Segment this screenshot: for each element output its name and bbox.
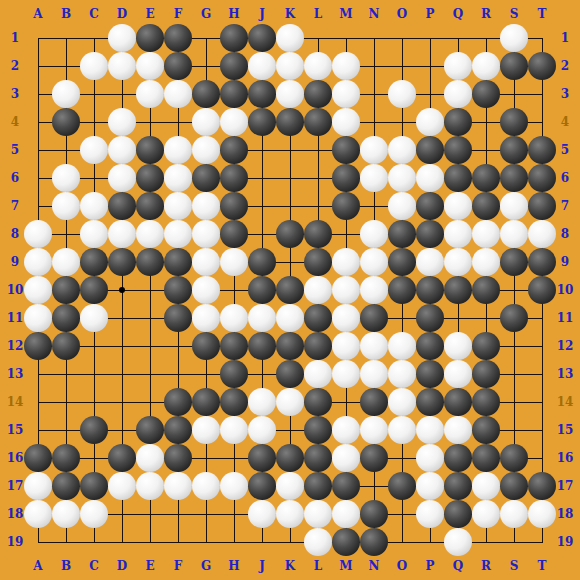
intersection-K9[interactable]: [276, 248, 304, 276]
intersection-P8[interactable]: [416, 220, 444, 248]
intersection-O14[interactable]: [388, 388, 416, 416]
intersection-P19[interactable]: [416, 528, 444, 556]
intersection-J1[interactable]: [248, 24, 276, 52]
intersection-S18[interactable]: [500, 500, 528, 528]
intersection-P3[interactable]: [416, 80, 444, 108]
intersection-N3[interactable]: [360, 80, 388, 108]
intersection-O18[interactable]: [388, 500, 416, 528]
intersection-A17[interactable]: [24, 472, 52, 500]
intersection-R6[interactable]: [472, 164, 500, 192]
intersection-L6[interactable]: [304, 164, 332, 192]
intersection-F3[interactable]: [164, 80, 192, 108]
intersection-T1[interactable]: [528, 24, 556, 52]
intersection-C9[interactable]: [80, 248, 108, 276]
intersection-N9[interactable]: [360, 248, 388, 276]
intersection-P16[interactable]: [416, 444, 444, 472]
intersection-T10[interactable]: [528, 276, 556, 304]
intersection-H10[interactable]: [220, 276, 248, 304]
intersection-F10[interactable]: [164, 276, 192, 304]
intersection-N12[interactable]: [360, 332, 388, 360]
intersection-H2[interactable]: [220, 52, 248, 80]
intersection-T14[interactable]: [528, 388, 556, 416]
intersection-C12[interactable]: [80, 332, 108, 360]
intersection-S12[interactable]: [500, 332, 528, 360]
intersection-R2[interactable]: [472, 52, 500, 80]
intersection-T12[interactable]: [528, 332, 556, 360]
intersection-N8[interactable]: [360, 220, 388, 248]
intersection-F19[interactable]: [164, 528, 192, 556]
intersection-O12[interactable]: [388, 332, 416, 360]
intersection-N1[interactable]: [360, 24, 388, 52]
intersection-H16[interactable]: [220, 444, 248, 472]
intersection-B7[interactable]: [52, 192, 80, 220]
intersection-N17[interactable]: [360, 472, 388, 500]
intersection-O5[interactable]: [388, 136, 416, 164]
intersection-G12[interactable]: [192, 332, 220, 360]
intersection-S10[interactable]: [500, 276, 528, 304]
intersection-P14[interactable]: [416, 388, 444, 416]
intersection-L14[interactable]: [304, 388, 332, 416]
intersection-E18[interactable]: [136, 500, 164, 528]
intersection-Q14[interactable]: [444, 388, 472, 416]
intersection-C2[interactable]: [80, 52, 108, 80]
intersection-D10[interactable]: [108, 276, 136, 304]
intersection-Q3[interactable]: [444, 80, 472, 108]
intersection-B16[interactable]: [52, 444, 80, 472]
intersection-K7[interactable]: [276, 192, 304, 220]
intersection-O15[interactable]: [388, 416, 416, 444]
intersection-N2[interactable]: [360, 52, 388, 80]
intersection-J3[interactable]: [248, 80, 276, 108]
intersection-S15[interactable]: [500, 416, 528, 444]
intersection-H12[interactable]: [220, 332, 248, 360]
intersection-J10[interactable]: [248, 276, 276, 304]
intersection-B13[interactable]: [52, 360, 80, 388]
intersection-J8[interactable]: [248, 220, 276, 248]
intersection-E5[interactable]: [136, 136, 164, 164]
intersection-G9[interactable]: [192, 248, 220, 276]
intersection-G6[interactable]: [192, 164, 220, 192]
intersection-L4[interactable]: [304, 108, 332, 136]
intersection-L5[interactable]: [304, 136, 332, 164]
intersection-A5[interactable]: [24, 136, 52, 164]
intersection-A1[interactable]: [24, 24, 52, 52]
intersection-Q17[interactable]: [444, 472, 472, 500]
intersection-H19[interactable]: [220, 528, 248, 556]
intersection-T13[interactable]: [528, 360, 556, 388]
intersection-A6[interactable]: [24, 164, 52, 192]
intersection-Q12[interactable]: [444, 332, 472, 360]
intersection-M19[interactable]: [332, 528, 360, 556]
intersection-N18[interactable]: [360, 500, 388, 528]
intersection-Q15[interactable]: [444, 416, 472, 444]
intersection-B14[interactable]: [52, 388, 80, 416]
intersection-J19[interactable]: [248, 528, 276, 556]
intersection-K12[interactable]: [276, 332, 304, 360]
intersection-S7[interactable]: [500, 192, 528, 220]
intersection-K15[interactable]: [276, 416, 304, 444]
intersection-P18[interactable]: [416, 500, 444, 528]
intersection-L13[interactable]: [304, 360, 332, 388]
intersection-R1[interactable]: [472, 24, 500, 52]
intersection-T19[interactable]: [528, 528, 556, 556]
intersection-C14[interactable]: [80, 388, 108, 416]
intersection-E15[interactable]: [136, 416, 164, 444]
intersection-F6[interactable]: [164, 164, 192, 192]
intersection-M8[interactable]: [332, 220, 360, 248]
intersection-K19[interactable]: [276, 528, 304, 556]
intersection-R8[interactable]: [472, 220, 500, 248]
intersection-M6[interactable]: [332, 164, 360, 192]
intersection-B2[interactable]: [52, 52, 80, 80]
intersection-Q9[interactable]: [444, 248, 472, 276]
intersection-O8[interactable]: [388, 220, 416, 248]
intersection-S17[interactable]: [500, 472, 528, 500]
intersection-H6[interactable]: [220, 164, 248, 192]
intersection-Q19[interactable]: [444, 528, 472, 556]
intersection-F1[interactable]: [164, 24, 192, 52]
intersection-R19[interactable]: [472, 528, 500, 556]
intersection-A4[interactable]: [24, 108, 52, 136]
intersection-B10[interactable]: [52, 276, 80, 304]
intersection-J18[interactable]: [248, 500, 276, 528]
intersection-N6[interactable]: [360, 164, 388, 192]
intersection-S1[interactable]: [500, 24, 528, 52]
intersection-S2[interactable]: [500, 52, 528, 80]
intersection-N16[interactable]: [360, 444, 388, 472]
intersection-A19[interactable]: [24, 528, 52, 556]
intersection-F16[interactable]: [164, 444, 192, 472]
intersection-E19[interactable]: [136, 528, 164, 556]
intersection-E7[interactable]: [136, 192, 164, 220]
goban[interactable]: AABBCCDDEEFFGGHHJJKKLLMMNNOOPPQQRRSSTT11…: [0, 0, 580, 580]
intersection-M1[interactable]: [332, 24, 360, 52]
intersection-R5[interactable]: [472, 136, 500, 164]
intersection-C6[interactable]: [80, 164, 108, 192]
intersection-E11[interactable]: [136, 304, 164, 332]
intersection-F13[interactable]: [164, 360, 192, 388]
intersection-A13[interactable]: [24, 360, 52, 388]
intersection-E12[interactable]: [136, 332, 164, 360]
intersection-J15[interactable]: [248, 416, 276, 444]
intersection-T16[interactable]: [528, 444, 556, 472]
intersection-A16[interactable]: [24, 444, 52, 472]
intersection-F8[interactable]: [164, 220, 192, 248]
intersection-D5[interactable]: [108, 136, 136, 164]
intersection-T18[interactable]: [528, 500, 556, 528]
intersection-K6[interactable]: [276, 164, 304, 192]
intersection-D13[interactable]: [108, 360, 136, 388]
intersection-N19[interactable]: [360, 528, 388, 556]
intersection-J11[interactable]: [248, 304, 276, 332]
intersection-B17[interactable]: [52, 472, 80, 500]
intersection-P12[interactable]: [416, 332, 444, 360]
intersection-B19[interactable]: [52, 528, 80, 556]
intersection-H15[interactable]: [220, 416, 248, 444]
intersection-O10[interactable]: [388, 276, 416, 304]
intersection-M10[interactable]: [332, 276, 360, 304]
intersection-C8[interactable]: [80, 220, 108, 248]
intersection-K1[interactable]: [276, 24, 304, 52]
intersection-L18[interactable]: [304, 500, 332, 528]
intersection-K8[interactable]: [276, 220, 304, 248]
intersection-C19[interactable]: [80, 528, 108, 556]
intersection-L11[interactable]: [304, 304, 332, 332]
intersection-K3[interactable]: [276, 80, 304, 108]
intersection-D18[interactable]: [108, 500, 136, 528]
intersection-E10[interactable]: [136, 276, 164, 304]
intersection-O11[interactable]: [388, 304, 416, 332]
intersection-R12[interactable]: [472, 332, 500, 360]
intersection-T8[interactable]: [528, 220, 556, 248]
intersection-B15[interactable]: [52, 416, 80, 444]
intersection-P4[interactable]: [416, 108, 444, 136]
intersection-D2[interactable]: [108, 52, 136, 80]
intersection-R11[interactable]: [472, 304, 500, 332]
intersection-F14[interactable]: [164, 388, 192, 416]
intersection-G1[interactable]: [192, 24, 220, 52]
intersection-L15[interactable]: [304, 416, 332, 444]
intersection-F5[interactable]: [164, 136, 192, 164]
intersection-R10[interactable]: [472, 276, 500, 304]
intersection-F4[interactable]: [164, 108, 192, 136]
intersection-A3[interactable]: [24, 80, 52, 108]
intersection-M15[interactable]: [332, 416, 360, 444]
intersection-B3[interactable]: [52, 80, 80, 108]
intersection-Q10[interactable]: [444, 276, 472, 304]
intersection-T11[interactable]: [528, 304, 556, 332]
intersection-G8[interactable]: [192, 220, 220, 248]
intersection-C1[interactable]: [80, 24, 108, 52]
intersection-D12[interactable]: [108, 332, 136, 360]
intersection-T3[interactable]: [528, 80, 556, 108]
intersection-N10[interactable]: [360, 276, 388, 304]
intersection-Q8[interactable]: [444, 220, 472, 248]
intersection-J9[interactable]: [248, 248, 276, 276]
intersection-N4[interactable]: [360, 108, 388, 136]
intersection-G16[interactable]: [192, 444, 220, 472]
intersection-A9[interactable]: [24, 248, 52, 276]
intersection-S11[interactable]: [500, 304, 528, 332]
intersection-M5[interactable]: [332, 136, 360, 164]
intersection-P11[interactable]: [416, 304, 444, 332]
intersection-G17[interactable]: [192, 472, 220, 500]
intersection-S14[interactable]: [500, 388, 528, 416]
intersection-H1[interactable]: [220, 24, 248, 52]
intersection-C3[interactable]: [80, 80, 108, 108]
intersection-L17[interactable]: [304, 472, 332, 500]
intersection-E14[interactable]: [136, 388, 164, 416]
intersection-T2[interactable]: [528, 52, 556, 80]
intersection-Q16[interactable]: [444, 444, 472, 472]
intersection-M2[interactable]: [332, 52, 360, 80]
intersection-L10[interactable]: [304, 276, 332, 304]
intersection-E6[interactable]: [136, 164, 164, 192]
intersection-D9[interactable]: [108, 248, 136, 276]
intersection-P17[interactable]: [416, 472, 444, 500]
intersection-P1[interactable]: [416, 24, 444, 52]
intersection-N11[interactable]: [360, 304, 388, 332]
intersection-A2[interactable]: [24, 52, 52, 80]
intersection-H14[interactable]: [220, 388, 248, 416]
intersection-J14[interactable]: [248, 388, 276, 416]
intersection-O7[interactable]: [388, 192, 416, 220]
intersection-H11[interactable]: [220, 304, 248, 332]
intersection-S9[interactable]: [500, 248, 528, 276]
intersection-T6[interactable]: [528, 164, 556, 192]
intersection-T17[interactable]: [528, 472, 556, 500]
intersection-G5[interactable]: [192, 136, 220, 164]
intersection-K11[interactable]: [276, 304, 304, 332]
intersection-A12[interactable]: [24, 332, 52, 360]
intersection-D1[interactable]: [108, 24, 136, 52]
intersection-D16[interactable]: [108, 444, 136, 472]
intersection-B5[interactable]: [52, 136, 80, 164]
intersection-L3[interactable]: [304, 80, 332, 108]
intersection-D8[interactable]: [108, 220, 136, 248]
intersection-R17[interactable]: [472, 472, 500, 500]
intersection-J12[interactable]: [248, 332, 276, 360]
intersection-S13[interactable]: [500, 360, 528, 388]
intersection-N15[interactable]: [360, 416, 388, 444]
intersection-E1[interactable]: [136, 24, 164, 52]
intersection-D11[interactable]: [108, 304, 136, 332]
intersection-L1[interactable]: [304, 24, 332, 52]
intersection-S4[interactable]: [500, 108, 528, 136]
intersection-B8[interactable]: [52, 220, 80, 248]
intersection-A15[interactable]: [24, 416, 52, 444]
intersection-E4[interactable]: [136, 108, 164, 136]
intersection-B18[interactable]: [52, 500, 80, 528]
intersection-K5[interactable]: [276, 136, 304, 164]
intersection-O2[interactable]: [388, 52, 416, 80]
intersection-O3[interactable]: [388, 80, 416, 108]
intersection-M16[interactable]: [332, 444, 360, 472]
intersection-E3[interactable]: [136, 80, 164, 108]
intersection-S8[interactable]: [500, 220, 528, 248]
intersection-R14[interactable]: [472, 388, 500, 416]
intersection-S6[interactable]: [500, 164, 528, 192]
intersection-T4[interactable]: [528, 108, 556, 136]
intersection-L9[interactable]: [304, 248, 332, 276]
intersection-G7[interactable]: [192, 192, 220, 220]
intersection-R9[interactable]: [472, 248, 500, 276]
intersection-L8[interactable]: [304, 220, 332, 248]
intersection-H18[interactable]: [220, 500, 248, 528]
intersection-E17[interactable]: [136, 472, 164, 500]
intersection-B11[interactable]: [52, 304, 80, 332]
intersection-G19[interactable]: [192, 528, 220, 556]
intersection-L16[interactable]: [304, 444, 332, 472]
intersection-O17[interactable]: [388, 472, 416, 500]
intersection-O16[interactable]: [388, 444, 416, 472]
intersection-T9[interactable]: [528, 248, 556, 276]
intersection-P9[interactable]: [416, 248, 444, 276]
intersection-F17[interactable]: [164, 472, 192, 500]
intersection-D7[interactable]: [108, 192, 136, 220]
intersection-R13[interactable]: [472, 360, 500, 388]
intersection-F18[interactable]: [164, 500, 192, 528]
intersection-H3[interactable]: [220, 80, 248, 108]
intersection-C15[interactable]: [80, 416, 108, 444]
intersection-R18[interactable]: [472, 500, 500, 528]
intersection-Q2[interactable]: [444, 52, 472, 80]
intersection-A10[interactable]: [24, 276, 52, 304]
intersection-F12[interactable]: [164, 332, 192, 360]
intersection-N13[interactable]: [360, 360, 388, 388]
intersection-G11[interactable]: [192, 304, 220, 332]
intersection-P6[interactable]: [416, 164, 444, 192]
intersection-H4[interactable]: [220, 108, 248, 136]
intersection-Q7[interactable]: [444, 192, 472, 220]
intersection-K10[interactable]: [276, 276, 304, 304]
intersection-H17[interactable]: [220, 472, 248, 500]
intersection-A11[interactable]: [24, 304, 52, 332]
intersection-K2[interactable]: [276, 52, 304, 80]
intersection-C10[interactable]: [80, 276, 108, 304]
intersection-B1[interactable]: [52, 24, 80, 52]
intersection-P7[interactable]: [416, 192, 444, 220]
intersection-Q5[interactable]: [444, 136, 472, 164]
intersection-R16[interactable]: [472, 444, 500, 472]
intersection-D17[interactable]: [108, 472, 136, 500]
intersection-O1[interactable]: [388, 24, 416, 52]
intersection-E13[interactable]: [136, 360, 164, 388]
intersection-Q13[interactable]: [444, 360, 472, 388]
intersection-B6[interactable]: [52, 164, 80, 192]
intersection-S16[interactable]: [500, 444, 528, 472]
intersection-G10[interactable]: [192, 276, 220, 304]
intersection-F9[interactable]: [164, 248, 192, 276]
intersection-O4[interactable]: [388, 108, 416, 136]
intersection-A18[interactable]: [24, 500, 52, 528]
intersection-T15[interactable]: [528, 416, 556, 444]
intersection-D15[interactable]: [108, 416, 136, 444]
intersection-Q6[interactable]: [444, 164, 472, 192]
intersection-G2[interactable]: [192, 52, 220, 80]
intersection-J16[interactable]: [248, 444, 276, 472]
intersection-M13[interactable]: [332, 360, 360, 388]
intersection-D14[interactable]: [108, 388, 136, 416]
intersection-E8[interactable]: [136, 220, 164, 248]
intersection-G15[interactable]: [192, 416, 220, 444]
intersection-C16[interactable]: [80, 444, 108, 472]
intersection-P15[interactable]: [416, 416, 444, 444]
intersection-M17[interactable]: [332, 472, 360, 500]
intersection-C18[interactable]: [80, 500, 108, 528]
intersection-L12[interactable]: [304, 332, 332, 360]
intersection-G13[interactable]: [192, 360, 220, 388]
intersection-O9[interactable]: [388, 248, 416, 276]
intersection-M7[interactable]: [332, 192, 360, 220]
intersection-D3[interactable]: [108, 80, 136, 108]
intersection-Q11[interactable]: [444, 304, 472, 332]
intersection-E2[interactable]: [136, 52, 164, 80]
intersection-H13[interactable]: [220, 360, 248, 388]
intersection-H5[interactable]: [220, 136, 248, 164]
intersection-M3[interactable]: [332, 80, 360, 108]
intersection-S5[interactable]: [500, 136, 528, 164]
intersection-M4[interactable]: [332, 108, 360, 136]
intersection-L7[interactable]: [304, 192, 332, 220]
intersection-R15[interactable]: [472, 416, 500, 444]
intersection-P13[interactable]: [416, 360, 444, 388]
intersection-H7[interactable]: [220, 192, 248, 220]
intersection-J6[interactable]: [248, 164, 276, 192]
intersection-K18[interactable]: [276, 500, 304, 528]
intersection-K17[interactable]: [276, 472, 304, 500]
intersection-R3[interactable]: [472, 80, 500, 108]
